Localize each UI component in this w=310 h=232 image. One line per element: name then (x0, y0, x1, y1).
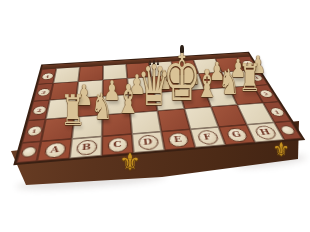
product-photo-chess-set: ⚜⚜ 44332211ABCDEFGH ♜♞♝♛♚♝♞♜♟♟♟♟♟♟♟♟ (0, 0, 310, 232)
board-square (76, 80, 103, 98)
brass-clasp-icon: ⚜ (272, 140, 289, 159)
board-square (103, 78, 129, 96)
rank-label: 3 (36, 88, 51, 97)
board-square (127, 77, 154, 95)
brass-clasp-icon: ⚜ (119, 150, 141, 174)
rank-label: 4 (240, 60, 255, 67)
rank-label: 2 (257, 89, 274, 98)
board-square (102, 94, 130, 114)
rank-label: 4 (40, 72, 54, 80)
file-label: A (43, 141, 66, 158)
file-label: F (196, 129, 220, 145)
file-label: G (224, 127, 249, 142)
board-square (72, 115, 103, 139)
board-square (102, 113, 132, 137)
rank-label: 1 (267, 107, 286, 117)
rank-label: 2 (31, 105, 47, 115)
file-label: E (167, 132, 190, 148)
rank-label: 3 (248, 74, 264, 82)
king-dark-finial (180, 45, 184, 54)
rank-label: 1 (25, 125, 42, 136)
file-label: B (75, 139, 96, 156)
file-label-cell: B (70, 136, 103, 158)
board-square (46, 98, 77, 119)
board-square (129, 93, 158, 113)
board-square (130, 111, 161, 134)
file-label-cell: A (37, 139, 72, 161)
board-square (41, 117, 74, 141)
board-square (74, 96, 102, 117)
